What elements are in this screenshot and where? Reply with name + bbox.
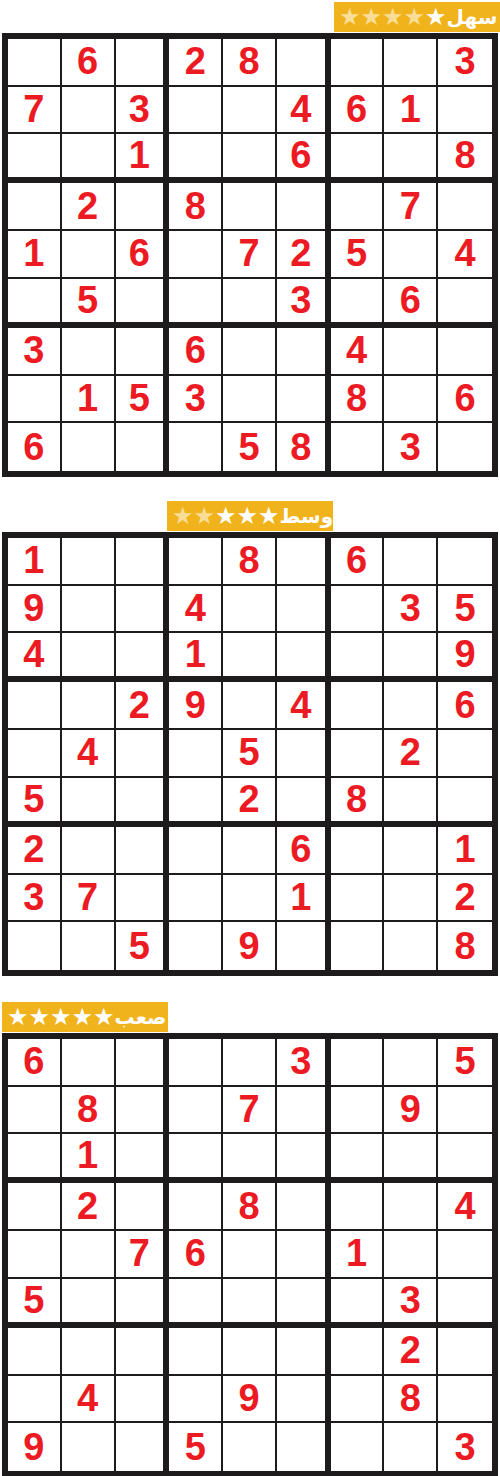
sudoku-cell-r5c9[interactable]: 4 — [438, 231, 492, 279]
sudoku-cell-r1c6[interactable] — [277, 39, 331, 87]
sudoku-cell-r8c6[interactable] — [277, 1376, 331, 1424]
sudoku-cell-r2c7[interactable] — [331, 586, 385, 634]
sudoku-cell-r2c2[interactable] — [62, 586, 116, 634]
sudoku-cell-r6c4[interactable] — [169, 279, 223, 328]
sudoku-cell-r6c7[interactable] — [331, 1279, 385, 1328]
sudoku-cell-r8c5[interactable]: 9 — [223, 1376, 277, 1424]
sudoku-cell-r3c2[interactable] — [62, 134, 116, 183]
sudoku-cell-r8c5[interactable] — [223, 376, 277, 424]
sudoku-cell-r9c1[interactable]: 9 — [8, 1423, 62, 1471]
sudoku-cell-r8c4[interactable] — [169, 875, 223, 923]
sudoku-cell-r1c2[interactable] — [62, 1039, 116, 1087]
sudoku-cell-r8c6[interactable]: 1 — [277, 875, 331, 923]
star-empty-icon: ★ — [172, 501, 194, 531]
puzzle-hard: ★★★★★ صعب 6358791284761532498953 — [0, 1002, 500, 1476]
sudoku-cell-r1c6[interactable] — [277, 538, 331, 586]
sudoku-cell-r8c2[interactable]: 4 — [62, 1376, 116, 1424]
sudoku-cell-r4c9[interactable]: 4 — [438, 1183, 492, 1231]
sudoku-cell-r9c7[interactable] — [331, 1423, 385, 1471]
star-filled-icon: ★ — [258, 501, 280, 531]
sudoku-cell-r3c3[interactable] — [116, 633, 170, 682]
sudoku-cell-r7c8[interactable] — [384, 827, 438, 875]
sudoku-cell-r5c1[interactable] — [8, 730, 62, 778]
sudoku-cell-r3c1[interactable]: 4 — [8, 633, 62, 682]
sudoku-cell-r9c6[interactable] — [277, 1423, 331, 1471]
sudoku-cell-r5c1[interactable]: 1 — [8, 231, 62, 279]
sudoku-cell-r9c7[interactable] — [331, 922, 385, 970]
sudoku-cell-r2c7[interactable] — [331, 1087, 385, 1135]
sudoku-cell-r6c7[interactable]: 8 — [331, 778, 385, 827]
sudoku-cell-r4c7[interactable] — [331, 682, 385, 730]
sudoku-cell-r3c6[interactable] — [277, 633, 331, 682]
sudoku-cell-r5c3[interactable] — [116, 730, 170, 778]
sudoku-cell-r4c2[interactable]: 2 — [62, 183, 116, 231]
star-empty-icon: ★ — [404, 2, 426, 32]
sudoku-cell-r5c4[interactable] — [169, 730, 223, 778]
sudoku-cell-r6c8[interactable] — [384, 778, 438, 827]
sudoku-cell-r1c3[interactable] — [116, 538, 170, 586]
sudoku-grid-medium: 186943541929464525282613712598 — [2, 532, 498, 976]
sudoku-cell-r2c4[interactable] — [169, 1087, 223, 1135]
sudoku-cell-r3c5[interactable] — [223, 134, 277, 183]
sudoku-cell-r7c4[interactable]: 6 — [169, 328, 223, 376]
sudoku-cell-r2c5[interactable]: 7 — [223, 1087, 277, 1135]
sudoku-cell-r1c5[interactable]: 8 — [223, 538, 277, 586]
sudoku-cell-r5c4[interactable]: 6 — [169, 1231, 223, 1279]
sudoku-cell-r2c2[interactable] — [62, 87, 116, 135]
sudoku-cell-r2c9[interactable] — [438, 87, 492, 135]
sudoku-cell-r1c2[interactable] — [62, 538, 116, 586]
sudoku-cell-r1c1[interactable]: 1 — [8, 538, 62, 586]
sudoku-cell-r6c1[interactable]: 5 — [8, 778, 62, 827]
sudoku-cell-r1c9[interactable] — [438, 538, 492, 586]
sudoku-cell-r2c2[interactable]: 8 — [62, 1087, 116, 1135]
sudoku-cell-r7c7[interactable] — [331, 1328, 385, 1376]
sudoku-cell-r1c4[interactable] — [169, 538, 223, 586]
sudoku-cell-r3c9[interactable]: 8 — [438, 134, 492, 183]
sudoku-cell-r8c7[interactable]: 8 — [331, 376, 385, 424]
sudoku-cell-r3c3[interactable] — [116, 1134, 170, 1183]
sudoku-cell-r8c3[interactable] — [116, 875, 170, 923]
sudoku-cell-r3c6[interactable]: 6 — [277, 134, 331, 183]
sudoku-cell-r5c8[interactable] — [384, 231, 438, 279]
sudoku-cell-r8c1[interactable] — [8, 1376, 62, 1424]
sudoku-cell-r4c5[interactable]: 8 — [223, 1183, 277, 1231]
sudoku-cell-r6c8[interactable]: 3 — [384, 1279, 438, 1328]
sudoku-cell-r8c9[interactable]: 6 — [438, 376, 492, 424]
sudoku-cell-r4c5[interactable] — [223, 682, 277, 730]
sudoku-cell-r5c7[interactable]: 1 — [331, 1231, 385, 1279]
sudoku-cell-r4c4[interactable] — [169, 1183, 223, 1231]
sudoku-cell-r5c1[interactable] — [8, 1231, 62, 1279]
sudoku-cell-r9c8[interactable] — [384, 922, 438, 970]
sudoku-cell-r8c8[interactable] — [384, 376, 438, 424]
sudoku-cell-r8c8[interactable]: 8 — [384, 1376, 438, 1424]
sudoku-cell-r9c4[interactable]: 5 — [169, 1423, 223, 1471]
sudoku-cell-r7c7[interactable] — [331, 827, 385, 875]
sudoku-cell-r6c2[interactable] — [62, 1279, 116, 1328]
sudoku-cell-r3c8[interactable] — [384, 1134, 438, 1183]
sudoku-cell-r5c9[interactable] — [438, 730, 492, 778]
sudoku-grid-easy: 628373461168287167254536364153866583 — [2, 33, 498, 477]
sudoku-cell-r5c6[interactable] — [277, 730, 331, 778]
sudoku-cell-r3c5[interactable] — [223, 633, 277, 682]
sudoku-cell-r3c1[interactable] — [8, 134, 62, 183]
sudoku-cell-r3c4[interactable]: 1 — [169, 633, 223, 682]
sudoku-cell-r1c7[interactable]: 6 — [331, 538, 385, 586]
sudoku-cell-r4c1[interactable] — [8, 1183, 62, 1231]
sudoku-cell-r6c2[interactable]: 5 — [62, 279, 116, 328]
sudoku-cell-r3c5[interactable] — [223, 1134, 277, 1183]
sudoku-cell-r9c1[interactable]: 6 — [8, 423, 62, 471]
sudoku-cell-r1c4[interactable]: 2 — [169, 39, 223, 87]
sudoku-cell-r8c2[interactable]: 1 — [62, 376, 116, 424]
sudoku-cell-r7c6[interactable]: 6 — [277, 827, 331, 875]
sudoku-cell-r3c7[interactable] — [331, 134, 385, 183]
sudoku-cell-r7c2[interactable] — [62, 1328, 116, 1376]
sudoku-cell-r4c5[interactable] — [223, 183, 277, 231]
sudoku-cell-r2c6[interactable] — [277, 586, 331, 634]
sudoku-cell-r8c9[interactable]: 2 — [438, 875, 492, 923]
star-filled-icon: ★ — [72, 1002, 94, 1032]
sudoku-cell-r5c7[interactable]: 5 — [331, 231, 385, 279]
sudoku-grid-hard: 6358791284761532498953 — [2, 1033, 498, 1476]
sudoku-cell-r3c9[interactable]: 9 — [438, 633, 492, 682]
sudoku-cell-r7c5[interactable] — [223, 827, 277, 875]
sudoku-cell-r9c2[interactable] — [62, 1423, 116, 1471]
sudoku-cell-r4c3[interactable]: 2 — [116, 682, 170, 730]
sudoku-cell-r6c6[interactable] — [277, 1279, 331, 1328]
sudoku-cell-r8c2[interactable]: 7 — [62, 875, 116, 923]
sudoku-cell-r5c8[interactable]: 2 — [384, 730, 438, 778]
sudoku-cell-r5c5[interactable]: 5 — [223, 730, 277, 778]
sudoku-cell-r1c8[interactable] — [384, 1039, 438, 1087]
sudoku-cell-r3c1[interactable] — [8, 1134, 62, 1183]
sudoku-cell-r4c9[interactable] — [438, 183, 492, 231]
sudoku-cell-r9c9[interactable] — [438, 423, 492, 471]
sudoku-cell-r4c2[interactable]: 2 — [62, 1183, 116, 1231]
sudoku-cell-r8c1[interactable] — [8, 376, 62, 424]
star-filled-icon: ★ — [93, 1002, 115, 1032]
sudoku-cell-r2c9[interactable]: 5 — [438, 586, 492, 634]
sudoku-cell-r7c8[interactable] — [384, 328, 438, 376]
sudoku-cell-r6c4[interactable] — [169, 778, 223, 827]
sudoku-cell-r4c6[interactable] — [277, 183, 331, 231]
sudoku-cell-r7c1[interactable]: 3 — [8, 328, 62, 376]
sudoku-cell-r2c1[interactable] — [8, 1087, 62, 1135]
sudoku-cell-r7c9[interactable]: 1 — [438, 827, 492, 875]
star-rating-easy: ★★★★★ — [339, 2, 447, 32]
sudoku-cell-r7c3[interactable] — [116, 1328, 170, 1376]
sudoku-cell-r9c5[interactable]: 5 — [223, 423, 277, 471]
sudoku-cell-r8c9[interactable] — [438, 1376, 492, 1424]
sudoku-cell-r1c4[interactable] — [169, 1039, 223, 1087]
puzzle-easy: ★★★★★ سهل 628373461168287167254536364153… — [0, 0, 500, 477]
sudoku-cell-r6c3[interactable] — [116, 778, 170, 827]
sudoku-cell-r5c6[interactable]: 2 — [277, 231, 331, 279]
sudoku-cell-r4c3[interactable] — [116, 183, 170, 231]
star-filled-icon: ★ — [29, 1002, 51, 1032]
sudoku-cell-r4c1[interactable] — [8, 183, 62, 231]
sudoku-cell-r9c4[interactable] — [169, 423, 223, 471]
sudoku-cell-r3c2[interactable] — [62, 633, 116, 682]
sudoku-cell-r7c8[interactable]: 2 — [384, 1328, 438, 1376]
sudoku-cell-r2c6[interactable] — [277, 1087, 331, 1135]
sudoku-cell-r6c1[interactable] — [8, 279, 62, 328]
sudoku-cell-r8c4[interactable]: 3 — [169, 376, 223, 424]
difficulty-label-hard: صعب — [115, 1002, 167, 1032]
sudoku-cell-r1c3[interactable] — [116, 39, 170, 87]
sudoku-cell-r3c4[interactable] — [169, 134, 223, 183]
sudoku-cell-r9c9[interactable]: 8 — [438, 922, 492, 970]
sudoku-cell-r7c4[interactable] — [169, 1328, 223, 1376]
sudoku-cell-r2c6[interactable]: 4 — [277, 87, 331, 135]
sudoku-cell-r3c6[interactable] — [277, 1134, 331, 1183]
sudoku-cell-r2c8[interactable]: 1 — [384, 87, 438, 135]
sudoku-cell-r5c4[interactable] — [169, 231, 223, 279]
sudoku-cell-r9c3[interactable] — [116, 423, 170, 471]
sudoku-cell-r1c1[interactable]: 6 — [8, 1039, 62, 1087]
star-filled-icon: ★ — [50, 1002, 72, 1032]
sudoku-cell-r9c5[interactable] — [223, 1423, 277, 1471]
sudoku-cell-r9c3[interactable] — [116, 1423, 170, 1471]
sudoku-cell-r9c6[interactable]: 8 — [277, 423, 331, 471]
star-empty-icon: ★ — [382, 2, 404, 32]
sudoku-cell-r1c7[interactable] — [331, 39, 385, 87]
sudoku-cell-r9c6[interactable] — [277, 922, 331, 970]
sudoku-cell-r3c4[interactable] — [169, 1134, 223, 1183]
sudoku-cell-r5c8[interactable] — [384, 1231, 438, 1279]
sudoku-cell-r4c9[interactable]: 6 — [438, 682, 492, 730]
sudoku-cell-r7c3[interactable] — [116, 827, 170, 875]
sudoku-cell-r9c2[interactable] — [62, 922, 116, 970]
sudoku-cell-r2c9[interactable] — [438, 1087, 492, 1135]
sudoku-cell-r3c2[interactable]: 1 — [62, 1134, 116, 1183]
sudoku-cell-r6c9[interactable] — [438, 1279, 492, 1328]
sudoku-cell-r6c6[interactable]: 3 — [277, 279, 331, 328]
difficulty-banner-medium: ★★★★★ وسط — [167, 501, 333, 531]
sudoku-cell-r8c1[interactable]: 3 — [8, 875, 62, 923]
sudoku-cell-r4c2[interactable] — [62, 682, 116, 730]
sudoku-cell-r4c4[interactable]: 8 — [169, 183, 223, 231]
sudoku-cell-r9c8[interactable]: 3 — [384, 423, 438, 471]
difficulty-label-medium: وسط — [280, 501, 334, 531]
sudoku-cell-r3c7[interactable] — [331, 1134, 385, 1183]
sudoku-cell-r6c5[interactable] — [223, 279, 277, 328]
sudoku-cell-r4c6[interactable]: 4 — [277, 682, 331, 730]
star-filled-icon: ★ — [215, 501, 237, 531]
sudoku-cell-r4c4[interactable]: 9 — [169, 682, 223, 730]
sudoku-cell-r2c1[interactable]: 7 — [8, 87, 62, 135]
sudoku-cell-r6c2[interactable] — [62, 778, 116, 827]
sudoku-cell-r9c8[interactable] — [384, 1423, 438, 1471]
sudoku-cell-r4c8[interactable]: 7 — [384, 183, 438, 231]
sudoku-cell-r7c2[interactable] — [62, 827, 116, 875]
sudoku-cell-r4c7[interactable] — [331, 1183, 385, 1231]
sudoku-cell-r1c9[interactable]: 3 — [438, 39, 492, 87]
sudoku-cell-r5c2[interactable] — [62, 231, 116, 279]
sudoku-cell-r2c3[interactable] — [116, 1087, 170, 1135]
sudoku-cell-r1c1[interactable] — [8, 39, 62, 87]
star-filled-icon: ★ — [237, 501, 259, 531]
sudoku-cell-r6c3[interactable] — [116, 279, 170, 328]
sudoku-cell-r1c9[interactable]: 5 — [438, 1039, 492, 1087]
sudoku-cell-r7c2[interactable] — [62, 328, 116, 376]
sudoku-cell-r5c2[interactable] — [62, 1231, 116, 1279]
star-empty-icon: ★ — [339, 2, 361, 32]
sudoku-cell-r8c7[interactable] — [331, 875, 385, 923]
sudoku-cell-r1c5[interactable]: 8 — [223, 39, 277, 87]
sudoku-cell-r4c8[interactable] — [384, 682, 438, 730]
sudoku-cell-r1c6[interactable]: 3 — [277, 1039, 331, 1087]
sudoku-cell-r5c7[interactable] — [331, 730, 385, 778]
sudoku-cell-r9c2[interactable] — [62, 423, 116, 471]
sudoku-cell-r8c5[interactable] — [223, 875, 277, 923]
difficulty-banner-hard: ★★★★★ صعب — [2, 1002, 168, 1032]
star-filled-icon: ★ — [7, 1002, 29, 1032]
sudoku-cell-r8c6[interactable] — [277, 376, 331, 424]
difficulty-label-easy: سهل — [447, 2, 498, 32]
sudoku-cell-r5c9[interactable] — [438, 1231, 492, 1279]
sudoku-cell-r9c3[interactable]: 5 — [116, 922, 170, 970]
sudoku-cell-r7c5[interactable] — [223, 1328, 277, 1376]
sudoku-cell-r2c4[interactable]: 4 — [169, 586, 223, 634]
sudoku-cell-r6c5[interactable] — [223, 1279, 277, 1328]
sudoku-cell-r3c9[interactable] — [438, 1134, 492, 1183]
sudoku-cell-r2c1[interactable]: 9 — [8, 586, 62, 634]
sudoku-cell-r7c1[interactable]: 2 — [8, 827, 62, 875]
sudoku-cell-r4c7[interactable] — [331, 183, 385, 231]
sudoku-cell-r6c9[interactable] — [438, 279, 492, 328]
sudoku-cell-r2c8[interactable]: 9 — [384, 1087, 438, 1135]
sudoku-cell-r6c7[interactable] — [331, 279, 385, 328]
sudoku-cell-r7c7[interactable]: 4 — [331, 328, 385, 376]
sudoku-cell-r7c1[interactable] — [8, 1328, 62, 1376]
sudoku-cell-r8c7[interactable] — [331, 1376, 385, 1424]
star-empty-icon: ★ — [361, 2, 383, 32]
sudoku-cell-r2c7[interactable]: 6 — [331, 87, 385, 135]
sudoku-cell-r5c6[interactable] — [277, 1231, 331, 1279]
sudoku-cell-r5c3[interactable]: 7 — [116, 1231, 170, 1279]
sudoku-cell-r8c4[interactable] — [169, 1376, 223, 1424]
sudoku-cell-r8c8[interactable] — [384, 875, 438, 923]
sudoku-cell-r6c5[interactable]: 2 — [223, 778, 277, 827]
sudoku-cell-r9c7[interactable] — [331, 423, 385, 471]
sudoku-cell-r7c9[interactable] — [438, 328, 492, 376]
sudoku-cell-r1c5[interactable] — [223, 1039, 277, 1087]
sudoku-cell-r3c7[interactable] — [331, 633, 385, 682]
sudoku-cell-r7c6[interactable] — [277, 328, 331, 376]
sudoku-cell-r5c5[interactable] — [223, 1231, 277, 1279]
sudoku-cell-r6c4[interactable] — [169, 1279, 223, 1328]
sudoku-cell-r4c3[interactable] — [116, 1183, 170, 1231]
sudoku-cell-r2c5[interactable] — [223, 87, 277, 135]
sudoku-cell-r4c8[interactable] — [384, 1183, 438, 1231]
star-rating-hard: ★★★★★ — [7, 1002, 115, 1032]
sudoku-cell-r2c5[interactable] — [223, 586, 277, 634]
sudoku-cell-r4c6[interactable] — [277, 1183, 331, 1231]
sudoku-cell-r8c3[interactable]: 5 — [116, 376, 170, 424]
sudoku-cell-r3c8[interactable] — [384, 134, 438, 183]
sudoku-cell-r6c1[interactable]: 5 — [8, 1279, 62, 1328]
star-empty-icon: ★ — [194, 501, 216, 531]
sudoku-cell-r7c5[interactable] — [223, 328, 277, 376]
star-filled-icon: ★ — [425, 2, 447, 32]
sudoku-cell-r5c3[interactable]: 6 — [116, 231, 170, 279]
sudoku-cell-r7c9[interactable] — [438, 1328, 492, 1376]
sudoku-cell-r6c3[interactable] — [116, 1279, 170, 1328]
sudoku-cell-r5c5[interactable]: 7 — [223, 231, 277, 279]
sudoku-cell-r2c3[interactable]: 3 — [116, 87, 170, 135]
sudoku-cell-r1c7[interactable] — [331, 1039, 385, 1087]
sudoku-cell-r7c3[interactable] — [116, 328, 170, 376]
sudoku-cell-r1c3[interactable] — [116, 1039, 170, 1087]
sudoku-cell-r5c2[interactable]: 4 — [62, 730, 116, 778]
sudoku-cell-r9c9[interactable]: 3 — [438, 1423, 492, 1471]
difficulty-banner-easy: ★★★★★ سهل — [334, 2, 500, 32]
star-rating-medium: ★★★★★ — [172, 501, 280, 531]
sudoku-cell-r8c3[interactable] — [116, 1376, 170, 1424]
sudoku-cell-r6c8[interactable]: 6 — [384, 279, 438, 328]
puzzle-medium: ★★★★★ وسط 186943541929464525282613712598 — [0, 501, 500, 976]
sudoku-cell-r4c1[interactable] — [8, 682, 62, 730]
sudoku-cell-r9c5[interactable]: 9 — [223, 922, 277, 970]
sudoku-cell-r3c3[interactable]: 1 — [116, 134, 170, 183]
sudoku-cell-r7c4[interactable] — [169, 827, 223, 875]
sudoku-cell-r1c8[interactable] — [384, 538, 438, 586]
sudoku-cell-r7c6[interactable] — [277, 1328, 331, 1376]
sudoku-cell-r1c2[interactable]: 6 — [62, 39, 116, 87]
sudoku-cell-r6c6[interactable] — [277, 778, 331, 827]
sudoku-cell-r9c4[interactable] — [169, 922, 223, 970]
sudoku-cell-r2c3[interactable] — [116, 586, 170, 634]
sudoku-cell-r1c8[interactable] — [384, 39, 438, 87]
sudoku-cell-r2c8[interactable]: 3 — [384, 586, 438, 634]
sudoku-cell-r9c1[interactable] — [8, 922, 62, 970]
sudoku-cell-r3c8[interactable] — [384, 633, 438, 682]
sudoku-cell-r2c4[interactable] — [169, 87, 223, 135]
sudoku-cell-r6c9[interactable] — [438, 778, 492, 827]
